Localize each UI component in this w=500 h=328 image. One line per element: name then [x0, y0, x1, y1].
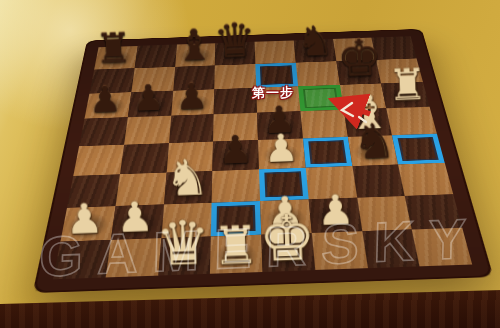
cell-d8[interactable]: ♛ — [215, 42, 255, 66]
cell-c3[interactable]: ♞ — [164, 171, 213, 204]
cell-f4[interactable] — [303, 137, 352, 168]
cell-f1[interactable] — [312, 231, 368, 270]
cell-f6[interactable] — [298, 85, 343, 112]
cell-c6[interactable]: ♟ — [171, 89, 215, 116]
cell-h4[interactable] — [392, 134, 445, 165]
screenshot-stage: ♜♝♛♞♚♟♟♟♜♟♝♟♟♞♞♟♟♟♟♛♜♚ GAMERSKY 第一步 — [0, 0, 500, 328]
cell-e8[interactable] — [255, 40, 296, 63]
cell-d1[interactable]: ♜ — [210, 235, 262, 274]
cell-f7[interactable] — [296, 61, 340, 86]
cell-b5[interactable] — [124, 116, 171, 145]
cell-c5[interactable] — [169, 114, 214, 143]
cell-a2[interactable]: ♟ — [60, 206, 115, 242]
cell-e4[interactable]: ♟ — [258, 138, 305, 169]
cell-f2[interactable]: ♟ — [308, 197, 361, 233]
cell-d3[interactable] — [212, 169, 260, 202]
cell-c8[interactable]: ♝ — [175, 43, 216, 67]
cell-f8[interactable]: ♞ — [294, 39, 336, 62]
white-queen-c1[interactable]: ♛ — [155, 212, 212, 275]
cell-b6[interactable]: ♟ — [128, 90, 173, 117]
black-queen-d8[interactable]: ♛ — [213, 17, 257, 65]
cell-d6[interactable] — [214, 88, 257, 115]
black-pawn-c6[interactable]: ♟ — [175, 78, 208, 115]
cell-a5[interactable] — [79, 117, 128, 146]
board-wrapper: ♜♝♛♞♚♟♟♟♜♟♝♟♟♞♞♟♟♟♟♛♜♚ — [31, 0, 484, 328]
cell-g2[interactable] — [357, 196, 412, 232]
cell-a8[interactable]: ♜ — [94, 46, 137, 70]
cell-b8[interactable] — [134, 45, 176, 69]
black-knight-g4[interactable]: ♞ — [352, 116, 396, 165]
board[interactable]: ♜♝♛♞♚♟♟♟♜♟♝♟♟♞♞♟♟♟♟♛♜♚ — [35, 30, 490, 291]
cell-a4[interactable] — [73, 145, 124, 176]
black-bishop-c8[interactable]: ♝ — [174, 23, 213, 67]
white-rook-d1[interactable]: ♜ — [211, 219, 260, 273]
cell-h1[interactable] — [412, 228, 472, 267]
cell-c1[interactable]: ♛ — [158, 237, 211, 276]
black-king-g7[interactable]: ♚ — [336, 32, 383, 84]
black-knight-f8[interactable]: ♞ — [296, 19, 335, 62]
white-knight-c3[interactable]: ♞ — [164, 152, 210, 203]
black-pawn-a6[interactable]: ♟ — [89, 81, 122, 118]
white-pawn-e4[interactable]: ♟ — [264, 129, 300, 169]
board-3d-scene: ♜♝♛♞♚♟♟♟♜♟♝♟♟♞♞♟♟♟♟♛♜♚ — [31, 0, 484, 328]
cell-e7[interactable] — [255, 63, 297, 88]
cell-g4[interactable]: ♞ — [347, 135, 398, 166]
white-pawn-f2[interactable]: ♟ — [317, 189, 356, 232]
black-pawn-b6[interactable]: ♟ — [132, 80, 165, 117]
cell-b1[interactable] — [105, 238, 160, 277]
cell-h2[interactable] — [405, 194, 462, 230]
cell-d7[interactable] — [214, 64, 256, 89]
black-pawn-d4[interactable]: ♟ — [217, 130, 253, 170]
white-pawn-a2[interactable]: ♟ — [66, 198, 105, 241]
cell-d4[interactable]: ♟ — [213, 140, 259, 171]
cell-b4[interactable] — [120, 143, 169, 174]
white-rook-h6[interactable]: ♜ — [387, 63, 427, 108]
cell-g1[interactable] — [362, 230, 420, 269]
black-rook-a8[interactable]: ♜ — [95, 27, 133, 69]
cell-a1[interactable] — [53, 240, 111, 279]
cell-g7[interactable]: ♚ — [336, 60, 381, 85]
cell-h3[interactable] — [398, 163, 453, 196]
white-king-e1[interactable]: ♚ — [258, 206, 317, 271]
white-pawn-b2[interactable]: ♟ — [116, 196, 155, 239]
cell-e1[interactable]: ♚ — [261, 233, 315, 272]
cell-a6[interactable]: ♟ — [84, 92, 131, 119]
cell-f5[interactable] — [300, 110, 347, 139]
cell-g3[interactable] — [352, 164, 405, 197]
